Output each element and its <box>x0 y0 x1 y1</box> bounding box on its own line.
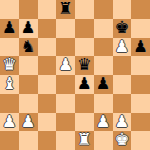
piece-white-pawn[interactable]: ♟ <box>114 113 129 131</box>
square-c7[interactable] <box>38 19 57 38</box>
square-a5[interactable]: ♛ <box>0 56 19 75</box>
piece-white-pawn[interactable]: ♟ <box>2 113 17 131</box>
square-c1[interactable] <box>38 131 57 150</box>
square-b3[interactable] <box>19 94 38 113</box>
square-h6[interactable]: ♟ <box>131 38 150 57</box>
square-g7[interactable]: ♚ <box>113 19 132 38</box>
piece-white-king[interactable]: ♚ <box>114 131 129 149</box>
square-e4[interactable]: ♟ <box>75 75 94 94</box>
square-c2[interactable] <box>38 113 57 132</box>
piece-white-bishop[interactable]: ♝ <box>2 75 17 93</box>
square-b7[interactable]: ♟ <box>19 19 38 38</box>
piece-black-king[interactable]: ♚ <box>114 19 129 37</box>
square-g6[interactable]: ♟ <box>113 38 132 57</box>
square-d1[interactable] <box>56 131 75 150</box>
square-f5[interactable] <box>94 56 113 75</box>
square-a1[interactable] <box>0 131 19 150</box>
square-g4[interactable] <box>113 75 132 94</box>
square-c6[interactable] <box>38 38 57 57</box>
square-f4[interactable]: ♟ <box>94 75 113 94</box>
square-f8[interactable] <box>94 0 113 19</box>
square-h5[interactable] <box>131 56 150 75</box>
square-f7[interactable] <box>94 19 113 38</box>
square-d6[interactable] <box>56 38 75 57</box>
piece-white-queen[interactable]: ♛ <box>2 56 17 74</box>
square-f2[interactable]: ♟ <box>94 113 113 132</box>
square-c4[interactable] <box>38 75 57 94</box>
square-e7[interactable] <box>75 19 94 38</box>
square-c3[interactable] <box>38 94 57 113</box>
piece-white-pawn[interactable]: ♟ <box>114 38 129 56</box>
piece-black-pawn[interactable]: ♟ <box>21 19 36 37</box>
piece-black-knight[interactable]: ♞ <box>21 38 36 56</box>
square-d4[interactable] <box>56 75 75 94</box>
square-a6[interactable] <box>0 38 19 57</box>
square-b2[interactable]: ♟ <box>19 113 38 132</box>
square-c5[interactable] <box>38 56 57 75</box>
square-e8[interactable] <box>75 0 94 19</box>
square-g1[interactable]: ♚ <box>113 131 132 150</box>
square-a2[interactable]: ♟ <box>0 113 19 132</box>
square-a4[interactable]: ♝ <box>0 75 19 94</box>
square-d2[interactable] <box>56 113 75 132</box>
square-e1[interactable]: ♜ <box>75 131 94 150</box>
square-h2[interactable] <box>131 113 150 132</box>
square-h1[interactable] <box>131 131 150 150</box>
square-b5[interactable] <box>19 56 38 75</box>
piece-black-pawn[interactable]: ♟ <box>77 75 92 93</box>
square-h8[interactable] <box>131 0 150 19</box>
square-d3[interactable] <box>56 94 75 113</box>
square-g5[interactable] <box>113 56 132 75</box>
square-d5[interactable]: ♟ <box>56 56 75 75</box>
piece-black-pawn[interactable]: ♟ <box>96 75 111 93</box>
square-f3[interactable] <box>94 94 113 113</box>
square-f1[interactable] <box>94 131 113 150</box>
square-g3[interactable] <box>113 94 132 113</box>
square-b8[interactable] <box>19 0 38 19</box>
square-h4[interactable] <box>131 75 150 94</box>
piece-black-pawn[interactable]: ♟ <box>133 38 148 56</box>
piece-white-pawn[interactable]: ♟ <box>58 56 73 74</box>
piece-white-pawn[interactable]: ♟ <box>96 113 111 131</box>
square-f6[interactable] <box>94 38 113 57</box>
chess-board: ♜♟♟♚♞♟♟♛♟♛♝♟♟♟♟♟♟♜♚ <box>0 0 150 150</box>
square-e2[interactable] <box>75 113 94 132</box>
square-a7[interactable]: ♟ <box>0 19 19 38</box>
square-h3[interactable] <box>131 94 150 113</box>
square-g8[interactable] <box>113 0 132 19</box>
square-d7[interactable] <box>56 19 75 38</box>
square-a8[interactable] <box>0 0 19 19</box>
square-b6[interactable]: ♞ <box>19 38 38 57</box>
square-e3[interactable] <box>75 94 94 113</box>
piece-black-pawn[interactable]: ♟ <box>2 19 17 37</box>
square-h7[interactable] <box>131 19 150 38</box>
square-g2[interactable]: ♟ <box>113 113 132 132</box>
square-b4[interactable] <box>19 75 38 94</box>
piece-black-queen[interactable]: ♛ <box>77 56 92 74</box>
square-e6[interactable] <box>75 38 94 57</box>
square-d8[interactable]: ♜ <box>56 0 75 19</box>
square-c8[interactable] <box>38 0 57 19</box>
piece-white-pawn[interactable]: ♟ <box>21 113 36 131</box>
square-a3[interactable] <box>0 94 19 113</box>
piece-black-rook[interactable]: ♜ <box>58 0 73 18</box>
piece-white-rook[interactable]: ♜ <box>77 131 92 149</box>
square-e5[interactable]: ♛ <box>75 56 94 75</box>
square-b1[interactable] <box>19 131 38 150</box>
